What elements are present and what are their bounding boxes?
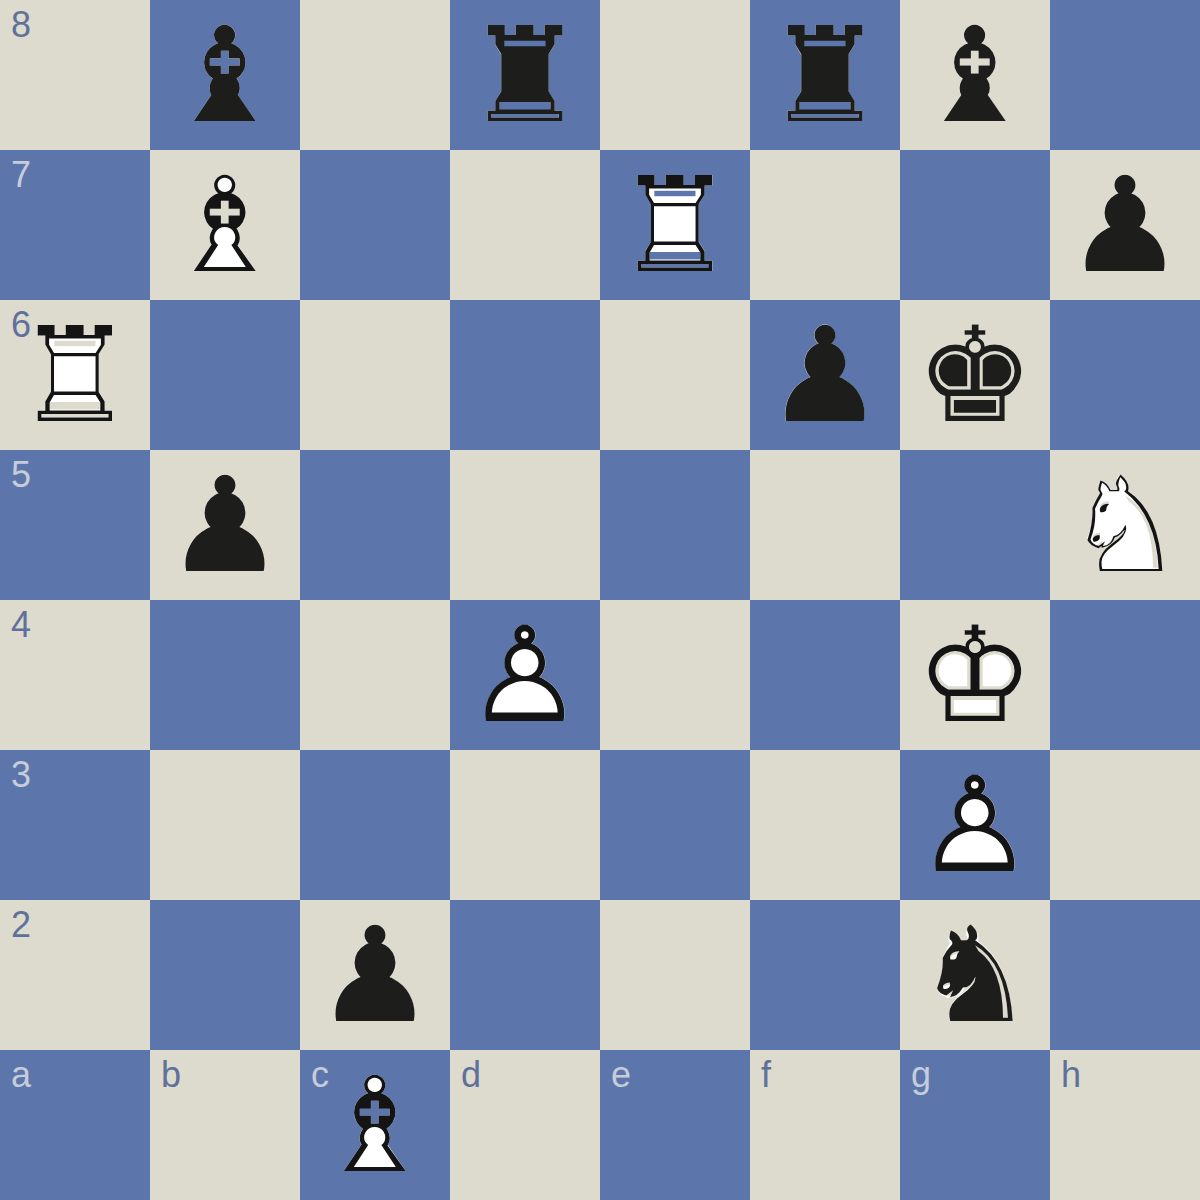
king-glyph-outline: ♔	[900, 600, 1050, 750]
square-e5[interactable]	[600, 450, 750, 600]
square-h3[interactable]	[1050, 750, 1200, 900]
piece-white-knight[interactable]: ♞♘	[1050, 450, 1200, 600]
file-label-a: a	[11, 1057, 31, 1093]
square-g3[interactable]: ♟♙	[900, 750, 1050, 900]
file-label-h: h	[1061, 1057, 1081, 1093]
square-d5[interactable]	[450, 450, 600, 600]
chess-board: 8♗♝♖♜♖♜♗♝7♝♗♜♖♙♟6♜♖♙♟♔♚5♙♟♞♘4♟♙♚♔3♟♙2♙♟♘…	[0, 0, 1200, 1200]
file-label-g: g	[911, 1057, 931, 1093]
square-a2[interactable]: 2	[0, 900, 150, 1050]
piece-black-pawn[interactable]: ♙♟	[150, 450, 300, 600]
square-e6[interactable]	[600, 300, 750, 450]
square-h8[interactable]	[1050, 0, 1200, 150]
square-d4[interactable]: ♟♙	[450, 600, 600, 750]
square-f8[interactable]: ♖♜	[750, 0, 900, 150]
square-a3[interactable]: 3	[0, 750, 150, 900]
rook-glyph-fill: ♜	[750, 0, 900, 150]
square-e3[interactable]	[600, 750, 750, 900]
square-c5[interactable]	[300, 450, 450, 600]
file-label-e: e	[611, 1057, 631, 1093]
square-g2[interactable]: ♘♞	[900, 900, 1050, 1050]
square-c2[interactable]: ♙♟	[300, 900, 450, 1050]
square-f3[interactable]	[750, 750, 900, 900]
piece-black-rook[interactable]: ♖♜	[750, 0, 900, 150]
king-glyph-fill: ♚	[900, 300, 1050, 450]
square-h1[interactable]: h	[1050, 1050, 1200, 1200]
pawn-glyph-fill: ♟	[1050, 150, 1200, 300]
bishop-glyph-outline: ♗	[300, 1050, 450, 1200]
square-e7[interactable]: ♜♖	[600, 150, 750, 300]
square-h6[interactable]	[1050, 300, 1200, 450]
piece-black-king[interactable]: ♔♚	[900, 300, 1050, 450]
piece-white-pawn[interactable]: ♟♙	[450, 600, 600, 750]
square-b4[interactable]	[150, 600, 300, 750]
square-b8[interactable]: ♗♝	[150, 0, 300, 150]
square-d6[interactable]	[450, 300, 600, 450]
square-a7[interactable]: 7	[0, 150, 150, 300]
knight-glyph-outline: ♘	[1050, 450, 1200, 600]
rank-label-5: 5	[11, 457, 31, 493]
piece-black-bishop[interactable]: ♗♝	[150, 0, 300, 150]
square-f6[interactable]: ♙♟	[750, 300, 900, 450]
square-a4[interactable]: 4	[0, 600, 150, 750]
file-label-d: d	[461, 1057, 481, 1093]
piece-black-pawn[interactable]: ♙♟	[750, 300, 900, 450]
square-b6[interactable]	[150, 300, 300, 450]
square-c7[interactable]	[300, 150, 450, 300]
square-b5[interactable]: ♙♟	[150, 450, 300, 600]
piece-white-king[interactable]: ♚♔	[900, 600, 1050, 750]
bishop-glyph-fill: ♝	[900, 0, 1050, 150]
piece-white-bishop[interactable]: ♝♗	[150, 150, 300, 300]
rank-label-3: 3	[11, 757, 31, 793]
square-e2[interactable]	[600, 900, 750, 1050]
square-g7[interactable]	[900, 150, 1050, 300]
square-b1[interactable]: b	[150, 1050, 300, 1200]
piece-white-rook[interactable]: ♜♖	[0, 300, 150, 450]
square-h2[interactable]	[1050, 900, 1200, 1050]
square-h7[interactable]: ♙♟	[1050, 150, 1200, 300]
piece-black-pawn[interactable]: ♙♟	[1050, 150, 1200, 300]
square-d1[interactable]: d	[450, 1050, 600, 1200]
piece-black-knight[interactable]: ♘♞	[900, 900, 1050, 1050]
rook-glyph-outline: ♖	[600, 150, 750, 300]
rank-label-8: 8	[11, 7, 31, 43]
knight-glyph-fill: ♞	[900, 900, 1050, 1050]
piece-white-rook[interactable]: ♜♖	[600, 150, 750, 300]
square-e1[interactable]: e	[600, 1050, 750, 1200]
square-e8[interactable]	[600, 0, 750, 150]
pawn-glyph-outline: ♙	[450, 600, 600, 750]
square-b7[interactable]: ♝♗	[150, 150, 300, 300]
square-e4[interactable]	[600, 600, 750, 750]
rook-glyph-outline: ♖	[0, 300, 150, 450]
square-a1[interactable]: a	[0, 1050, 150, 1200]
piece-white-bishop[interactable]: ♝♗	[300, 1050, 450, 1200]
square-c3[interactable]	[300, 750, 450, 900]
bishop-glyph-fill: ♝	[150, 0, 300, 150]
square-c1[interactable]: c♝♗	[300, 1050, 450, 1200]
square-d8[interactable]: ♖♜	[450, 0, 600, 150]
pawn-glyph-fill: ♟	[300, 900, 450, 1050]
square-b2[interactable]	[150, 900, 300, 1050]
square-c6[interactable]	[300, 300, 450, 450]
square-d2[interactable]	[450, 900, 600, 1050]
rook-glyph-fill: ♜	[450, 0, 600, 150]
piece-black-pawn[interactable]: ♙♟	[300, 900, 450, 1050]
square-f4[interactable]	[750, 600, 900, 750]
square-f2[interactable]	[750, 900, 900, 1050]
square-g8[interactable]: ♗♝	[900, 0, 1050, 150]
square-f5[interactable]	[750, 450, 900, 600]
piece-black-rook[interactable]: ♖♜	[450, 0, 600, 150]
square-f7[interactable]	[750, 150, 900, 300]
file-label-f: f	[761, 1057, 771, 1093]
square-d3[interactable]	[450, 750, 600, 900]
pawn-glyph-fill: ♟	[150, 450, 300, 600]
file-label-b: b	[161, 1057, 181, 1093]
square-h5[interactable]: ♞♘	[1050, 450, 1200, 600]
square-g1[interactable]: g	[900, 1050, 1050, 1200]
square-c4[interactable]	[300, 600, 450, 750]
square-g5[interactable]	[900, 450, 1050, 600]
square-c8[interactable]	[300, 0, 450, 150]
square-a5[interactable]: 5	[0, 450, 150, 600]
piece-black-bishop[interactable]: ♗♝	[900, 0, 1050, 150]
square-d7[interactable]	[450, 150, 600, 300]
pawn-glyph-outline: ♙	[900, 750, 1050, 900]
pawn-glyph-fill: ♟	[750, 300, 900, 450]
rank-label-4: 4	[11, 607, 31, 643]
square-f1[interactable]: f	[750, 1050, 900, 1200]
square-h4[interactable]	[1050, 600, 1200, 750]
piece-white-pawn[interactable]: ♟♙	[900, 750, 1050, 900]
bishop-glyph-outline: ♗	[150, 150, 300, 300]
square-g4[interactable]: ♚♔	[900, 600, 1050, 750]
square-g6[interactable]: ♔♚	[900, 300, 1050, 450]
square-a8[interactable]: 8	[0, 0, 150, 150]
rank-label-7: 7	[11, 157, 31, 193]
rank-label-2: 2	[11, 907, 31, 943]
square-b3[interactable]	[150, 750, 300, 900]
square-a6[interactable]: 6♜♖	[0, 300, 150, 450]
